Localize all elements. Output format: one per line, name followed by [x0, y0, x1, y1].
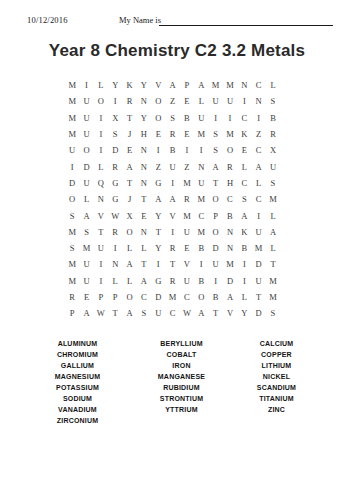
grid-cell: C — [223, 191, 237, 207]
grid-cell: M — [223, 256, 237, 272]
grid-cell: S — [165, 110, 179, 126]
grid-cell: S — [65, 240, 79, 256]
grid-cell: A — [223, 289, 237, 305]
word-list-item: POTASSIUM — [18, 382, 137, 393]
name-underline — [159, 10, 333, 26]
grid-cell: K — [122, 77, 136, 93]
grid-cell: L — [237, 158, 251, 174]
grid-cell: C — [251, 142, 265, 158]
grid-cell: G — [151, 273, 165, 289]
grid-cell: Z — [251, 126, 265, 142]
grid-cell: A — [137, 273, 151, 289]
grid-cell: M — [266, 289, 280, 305]
grid-cell: R — [266, 126, 280, 142]
grid-cell: N — [251, 93, 265, 109]
grid-cell: P — [180, 77, 194, 93]
grid-cell: E — [137, 207, 151, 223]
word-list-item: VANADIUM — [18, 404, 137, 415]
word-list-item: COPPER — [217, 349, 336, 360]
grid-cell: N — [137, 142, 151, 158]
grid-cell: N — [223, 240, 237, 256]
word-search-grid: MILYKYVAPAMMNCLMUOIRNOZELUUINSMUIXTYOSBU… — [65, 77, 280, 321]
grid-cell: B — [194, 273, 208, 289]
grid-cell: D — [251, 256, 265, 272]
grid-cell: U — [251, 224, 265, 240]
grid-cell: D — [151, 289, 165, 305]
word-list-item: ZIRCONIUM — [18, 415, 137, 426]
grid-cell: L — [108, 273, 122, 289]
grid-cell: I — [251, 207, 265, 223]
grid-cell: V — [165, 207, 179, 223]
grid-cell: D — [65, 175, 79, 191]
grid-cell: B — [208, 289, 222, 305]
grid-cell: T — [151, 224, 165, 240]
grid-cell: A — [122, 158, 136, 174]
grid-cell: M — [266, 191, 280, 207]
grid-cell: M — [194, 224, 208, 240]
grid-cell: U — [79, 273, 93, 289]
grid-cell: W — [180, 305, 194, 321]
word-list-column-3: CALCIUMCOPPERLITHIUMNICKELSCANDIUMTITANI… — [217, 338, 336, 415]
grid-cell: O — [122, 289, 136, 305]
grid-cell: A — [194, 77, 208, 93]
grid-cell: M — [65, 273, 79, 289]
grid-cell: T — [108, 305, 122, 321]
grid-cell: U — [79, 175, 93, 191]
grid-cell: S — [208, 126, 222, 142]
grid-cell: N — [137, 224, 151, 240]
grid-cell: S — [208, 142, 222, 158]
grid-cell: T — [266, 256, 280, 272]
grid-cell: N — [223, 224, 237, 240]
grid-cell: U — [165, 158, 179, 174]
grid-cell: U — [79, 126, 93, 142]
grid-cell: O — [208, 224, 222, 240]
grid-cell: V — [151, 77, 165, 93]
grid-cell: R — [108, 158, 122, 174]
grid-cell: Y — [137, 110, 151, 126]
grid-cell: S — [266, 305, 280, 321]
grid-cell: M — [266, 273, 280, 289]
grid-cell: A — [165, 191, 179, 207]
grid-cell: O — [223, 142, 237, 158]
grid-cell: P — [208, 207, 222, 223]
word-list-item: LITHIUM — [217, 360, 336, 371]
grid-cell: X — [108, 110, 122, 126]
grid-cell: L — [79, 191, 93, 207]
grid-cell: M — [194, 191, 208, 207]
grid-cell: C — [194, 207, 208, 223]
grid-cell: O — [122, 224, 136, 240]
grid-cell: O — [194, 289, 208, 305]
word-list-item: NICKEL — [217, 371, 336, 382]
grid-cell: P — [65, 305, 79, 321]
grid-cell: K — [237, 224, 251, 240]
grid-cell: A — [194, 305, 208, 321]
grid-cell: U — [65, 142, 79, 158]
grid-cell: I — [194, 142, 208, 158]
word-list-item: CALCIUM — [217, 338, 336, 349]
grid-cell: B — [237, 240, 251, 256]
grid-cell: U — [208, 256, 222, 272]
grid-cell: Y — [151, 207, 165, 223]
grid-cell: U — [79, 256, 93, 272]
grid-cell: N — [94, 191, 108, 207]
grid-cell: C — [180, 289, 194, 305]
grid-cell: M — [65, 93, 79, 109]
grid-cell: D — [79, 158, 93, 174]
grid-cell: M — [223, 126, 237, 142]
grid-cell: H — [137, 126, 151, 142]
grid-cell: R — [165, 273, 179, 289]
grid-cell: R — [180, 191, 194, 207]
grid-cell: L — [266, 77, 280, 93]
grid-cell: X — [122, 207, 136, 223]
grid-cell: I — [94, 273, 108, 289]
name-label: My Name is — [119, 15, 161, 25]
grid-cell: T — [208, 305, 222, 321]
grid-cell: L — [122, 273, 136, 289]
grid-cell: O — [151, 110, 165, 126]
grid-cell: R — [122, 93, 136, 109]
grid-cell: I — [251, 110, 265, 126]
word-list-item: SCANDIUM — [217, 382, 336, 393]
grid-cell: R — [165, 240, 179, 256]
grid-cell: U — [180, 224, 194, 240]
grid-cell: Z — [180, 158, 194, 174]
grid-cell: P — [108, 289, 122, 305]
grid-cell: I — [208, 110, 222, 126]
grid-cell: A — [79, 207, 93, 223]
grid-cell: I — [94, 142, 108, 158]
grid-cell: M — [65, 110, 79, 126]
grid-cell: V — [223, 305, 237, 321]
grid-cell: E — [122, 142, 136, 158]
grid-cell: M — [65, 77, 79, 93]
grid-cell: Y — [137, 77, 151, 93]
grid-cell: V — [180, 256, 194, 272]
grid-cell: A — [79, 305, 93, 321]
grid-cell: I — [94, 110, 108, 126]
grid-cell: U — [251, 273, 265, 289]
grid-cell: I — [237, 273, 251, 289]
word-list-item: ZINC — [217, 404, 336, 415]
grid-cell: I — [65, 158, 79, 174]
grid-cell: N — [137, 93, 151, 109]
grid-cell: L — [194, 93, 208, 109]
grid-cell: X — [266, 142, 280, 158]
grid-cell: R — [165, 126, 179, 142]
grid-cell: D — [251, 305, 265, 321]
grid-cell: V — [94, 207, 108, 223]
grid-cell: T — [137, 256, 151, 272]
grid-cell: U — [194, 110, 208, 126]
grid-cell: C — [137, 289, 151, 305]
grid-cell: D — [223, 273, 237, 289]
grid-cell: B — [165, 142, 179, 158]
grid-cell: I — [151, 256, 165, 272]
grid-cell: S — [237, 191, 251, 207]
grid-cell: U — [151, 305, 165, 321]
grid-cell: G — [108, 191, 122, 207]
grid-cell: A — [237, 207, 251, 223]
grid-cell: M — [180, 175, 194, 191]
grid-cell: T — [137, 191, 151, 207]
grid-cell: R — [65, 289, 79, 305]
grid-cell: K — [237, 126, 251, 142]
grid-cell: I — [165, 224, 179, 240]
grid-cell: A — [251, 158, 265, 174]
grid-cell: I — [223, 110, 237, 126]
grid-cell: N — [137, 158, 151, 174]
grid-cell: P — [94, 289, 108, 305]
grid-cell: M — [65, 256, 79, 272]
grid-cell: U — [266, 158, 280, 174]
grid-cell: L — [122, 240, 136, 256]
grid-cell: I — [151, 142, 165, 158]
grid-cell: J — [122, 191, 136, 207]
grid-cell: I — [108, 93, 122, 109]
grid-cell: U — [180, 273, 194, 289]
grid-cell: S — [65, 207, 79, 223]
grid-cell: C — [165, 305, 179, 321]
grid-cell: U — [94, 240, 108, 256]
grid-cell: I — [208, 273, 222, 289]
grid-cell: S — [108, 126, 122, 142]
grid-cell: I — [180, 142, 194, 158]
grid-cell: N — [137, 175, 151, 191]
grid-cell: H — [223, 175, 237, 191]
grid-cell: U — [208, 93, 222, 109]
grid-cell: G — [108, 175, 122, 191]
word-list-item: TITANIUM — [217, 393, 336, 404]
grid-cell: E — [180, 93, 194, 109]
grid-cell: R — [108, 224, 122, 240]
grid-cell: M — [65, 126, 79, 142]
grid-cell: O — [79, 142, 93, 158]
grid-cell: M — [223, 77, 237, 93]
grid-cell: A — [122, 256, 136, 272]
grid-cell: L — [266, 207, 280, 223]
grid-cell: M — [180, 207, 194, 223]
grid-cell: L — [251, 175, 265, 191]
grid-cell: T — [165, 256, 179, 272]
grid-cell: I — [165, 175, 179, 191]
grid-cell: I — [194, 256, 208, 272]
grid-cell: M — [251, 240, 265, 256]
grid-cell: R — [223, 158, 237, 174]
grid-cell: W — [94, 305, 108, 321]
grid-cell: A — [122, 305, 136, 321]
grid-cell: W — [108, 207, 122, 223]
grid-cell: N — [194, 158, 208, 174]
grid-cell: O — [151, 93, 165, 109]
word-list-item: SODIUM — [18, 393, 137, 404]
grid-cell: I — [94, 256, 108, 272]
grid-cell: B — [194, 240, 208, 256]
grid-cell: A — [165, 77, 179, 93]
grid-cell: O — [208, 191, 222, 207]
grid-cell: B — [223, 207, 237, 223]
grid-cell: M — [194, 126, 208, 142]
grid-cell: G — [151, 175, 165, 191]
grid-cell: U — [79, 110, 93, 126]
word-list-column-1: ALUMINUMCHROMIUMGALLIUMMAGNESIUMPOTASSIU… — [18, 338, 137, 426]
grid-cell: I — [237, 93, 251, 109]
grid-cell: Y — [108, 77, 122, 93]
grid-cell: M — [79, 240, 93, 256]
worksheet-page: 10/12/2016 My Name is Year 8 Chemistry C… — [0, 0, 354, 500]
grid-cell: D — [108, 142, 122, 158]
grid-cell: Q — [94, 175, 108, 191]
grid-cell: O — [65, 191, 79, 207]
grid-cell: T — [251, 289, 265, 305]
grid-cell: S — [137, 305, 151, 321]
grid-cell: U — [194, 175, 208, 191]
grid-cell: C — [237, 175, 251, 191]
grid-cell: E — [237, 142, 251, 158]
grid-cell: Z — [151, 158, 165, 174]
grid-cell: L — [94, 77, 108, 93]
grid-cell: S — [266, 93, 280, 109]
grid-cell: E — [180, 240, 194, 256]
grid-cell: N — [108, 256, 122, 272]
grid-cell: M — [208, 77, 222, 93]
grid-cell: U — [223, 93, 237, 109]
word-list: ALUMINUMCHROMIUMGALLIUMMAGNESIUMPOTASSIU… — [0, 338, 354, 433]
word-list-item: MAGNESIUM — [18, 371, 137, 382]
grid-cell: C — [251, 191, 265, 207]
grid-cell: L — [137, 240, 151, 256]
word-list-item: GALLIUM — [18, 360, 137, 371]
grid-cell: C — [237, 110, 251, 126]
grid-cell: Z — [165, 93, 179, 109]
grid-cell: L — [237, 289, 251, 305]
grid-cell: A — [266, 224, 280, 240]
grid-cell: D — [208, 240, 222, 256]
grid-cell: I — [108, 240, 122, 256]
grid-cell: U — [79, 93, 93, 109]
grid-cell: L — [94, 158, 108, 174]
grid-cell: N — [237, 77, 251, 93]
grid-cell: I — [79, 77, 93, 93]
grid-cell: E — [180, 126, 194, 142]
grid-cell: I — [237, 256, 251, 272]
grid-cell: O — [94, 93, 108, 109]
grid-cell: S — [266, 175, 280, 191]
word-list-item: ALUMINUM — [18, 338, 137, 349]
page-title: Year 8 Chemistry C2 3.2 Metals — [0, 41, 354, 61]
grid-cell: L — [266, 240, 280, 256]
grid-cell: I — [94, 126, 108, 142]
grid-cell: T — [122, 175, 136, 191]
grid-cell: S — [79, 224, 93, 240]
grid-cell: Y — [237, 305, 251, 321]
grid-cell: C — [251, 77, 265, 93]
word-list-item: CHROMIUM — [18, 349, 137, 360]
grid-cell: E — [151, 126, 165, 142]
grid-cell: B — [266, 110, 280, 126]
grid-cell: T — [208, 175, 222, 191]
grid-cell: Y — [151, 240, 165, 256]
grid-cell: T — [122, 110, 136, 126]
grid-cell: A — [151, 191, 165, 207]
grid-cell: T — [94, 224, 108, 240]
grid-cell: M — [165, 289, 179, 305]
header-date: 10/12/2016 — [27, 15, 68, 25]
grid-cell: A — [208, 158, 222, 174]
grid-cell: E — [79, 289, 93, 305]
grid-cell: M — [65, 224, 79, 240]
grid-cell: B — [180, 110, 194, 126]
grid-cell: J — [122, 126, 136, 142]
